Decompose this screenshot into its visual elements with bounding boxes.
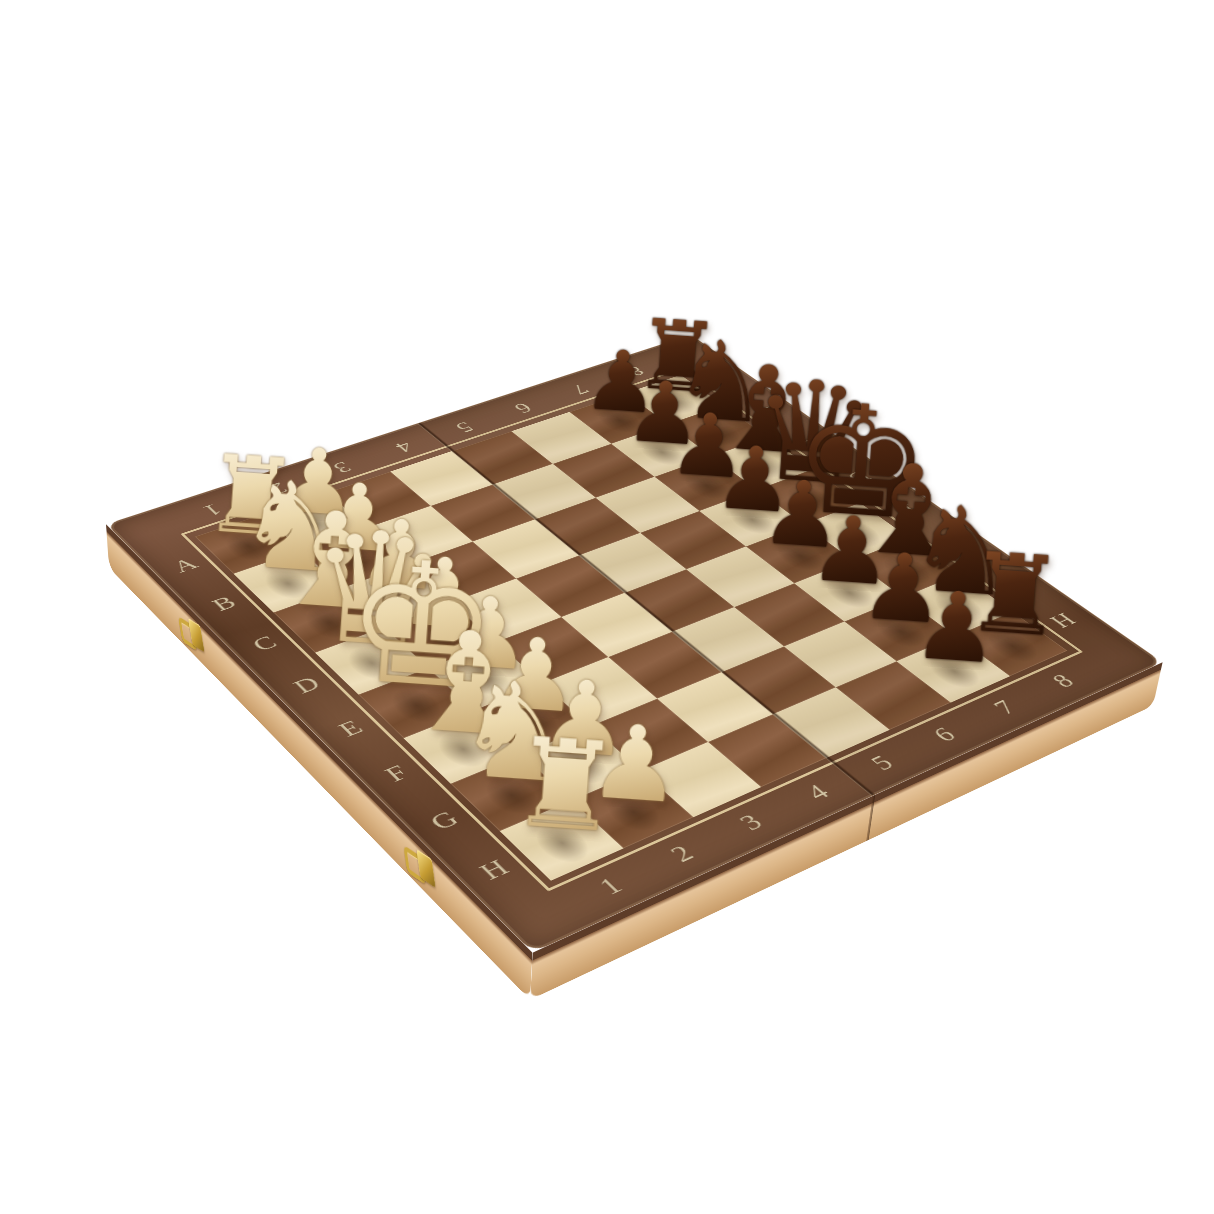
photo-background: AABBCCDDEEFFGGHH1122334455667788 ♜♟♞♟♝♟♛… — [0, 0, 1214, 1214]
rank-label-left-8: 8 — [622, 363, 650, 379]
latch-plate — [416, 849, 435, 888]
rank-label-left-7: 7 — [566, 381, 595, 398]
file-label-far-b: B — [752, 404, 785, 422]
white-rook-icon: ♜ — [506, 721, 624, 851]
file-label-far-a: A — [708, 373, 742, 391]
black-pawn-icon: ♟ — [910, 578, 1001, 678]
camera-roll-wrapper: AABBCCDDEEFFGGHH1122334455667788 ♜♟♞♟♝♟♛… — [0, 0, 1214, 1214]
piece-white-rook-h1[interactable]: ♜ — [471, 616, 668, 844]
piece-black-pawn-h7[interactable]: ♟ — [871, 466, 1049, 673]
rank-label-left-6: 6 — [509, 400, 538, 417]
file-label-far-c: C — [796, 435, 830, 454]
case-side-fold-seam — [866, 795, 875, 842]
chess-board-case: AABBCCDDEEFFGGHH1122334455667788 ♜♟♞♟♝♟♛… — [106, 335, 1163, 953]
